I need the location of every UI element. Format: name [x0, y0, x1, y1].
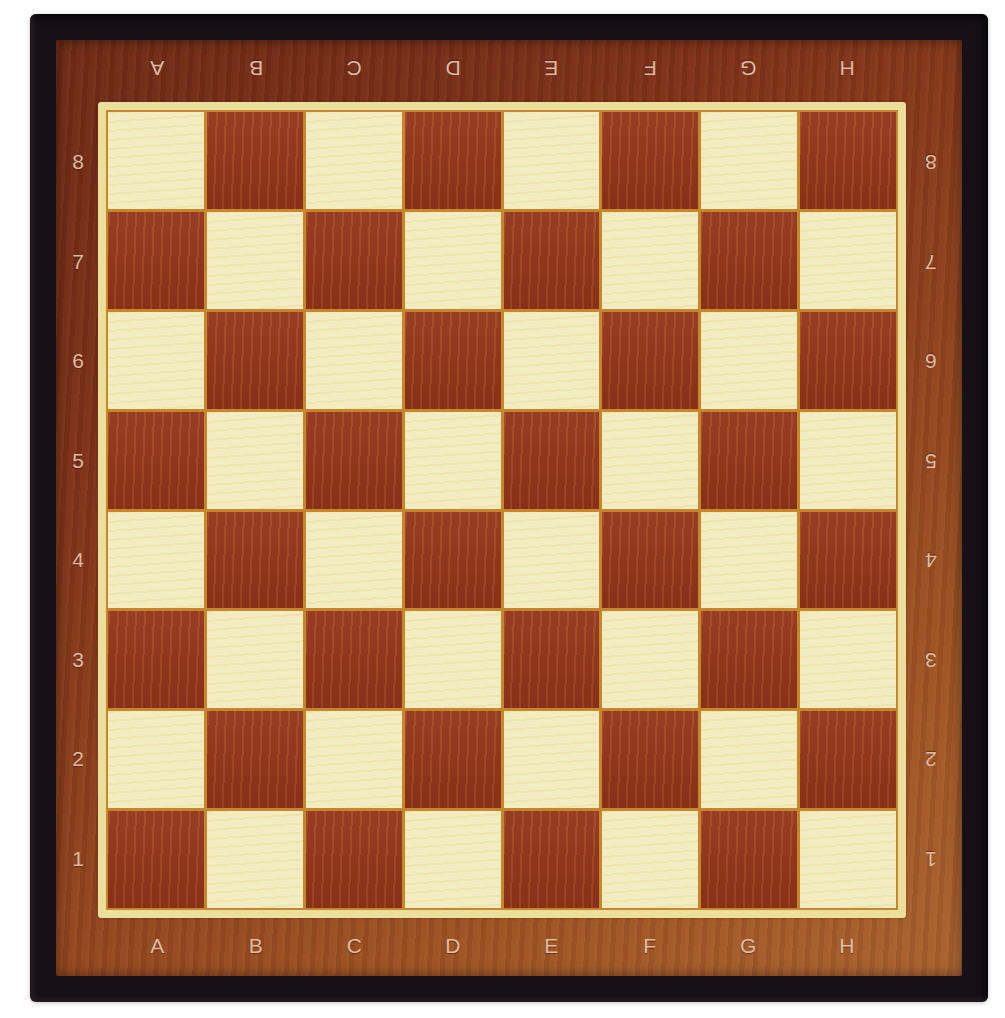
square-e2[interactable] — [504, 711, 600, 808]
photo-background: { "game": "chess", "position": "8/8/8/8/… — [0, 0, 1005, 1018]
square-f2[interactable] — [602, 711, 698, 808]
square-h8[interactable] — [800, 112, 896, 209]
file-bottom-label-c: C — [305, 928, 404, 962]
square-c5[interactable] — [306, 412, 402, 509]
square-g8[interactable] — [701, 112, 797, 209]
square-g1[interactable] — [701, 811, 797, 908]
square-a8[interactable] — [108, 112, 204, 209]
square-g4[interactable] — [701, 512, 797, 609]
square-e5[interactable] — [504, 412, 600, 509]
file-top-label-c: C — [305, 52, 404, 86]
file-bottom-label-f: F — [601, 928, 700, 962]
square-b4[interactable] — [207, 512, 303, 609]
square-f1[interactable] — [602, 811, 698, 908]
square-h4[interactable] — [800, 512, 896, 609]
square-h2[interactable] — [800, 711, 896, 808]
square-a1[interactable] — [108, 811, 204, 908]
square-g5[interactable] — [701, 412, 797, 509]
rank-left-label-8: 8 — [58, 112, 98, 212]
square-c6[interactable] — [306, 312, 402, 409]
square-h7[interactable] — [800, 212, 896, 309]
square-e7[interactable] — [504, 212, 600, 309]
file-top-label-h: H — [798, 52, 897, 86]
square-a7[interactable] — [108, 212, 204, 309]
square-d7[interactable] — [405, 212, 501, 309]
square-e1[interactable] — [504, 811, 600, 908]
rank-left-label-2: 2 — [58, 709, 98, 809]
square-d3[interactable] — [405, 611, 501, 708]
rank-left-label-1: 1 — [58, 809, 98, 909]
square-c1[interactable] — [306, 811, 402, 908]
file-labels-bottom: ABCDEFGH — [108, 928, 896, 962]
file-bottom-label-e: E — [502, 928, 601, 962]
square-h1[interactable] — [800, 811, 896, 908]
square-f7[interactable] — [602, 212, 698, 309]
square-h3[interactable] — [800, 611, 896, 708]
file-bottom-label-d: D — [404, 928, 503, 962]
chess-board-grid — [108, 112, 896, 908]
wood-border: ABCDEFGH ABCDEFGH 87654321 87654321 — [56, 40, 962, 976]
rank-left-label-7: 7 — [58, 212, 98, 312]
square-b1[interactable] — [207, 811, 303, 908]
square-d4[interactable] — [405, 512, 501, 609]
square-d5[interactable] — [405, 412, 501, 509]
rank-right-label-2: 2 — [912, 709, 950, 809]
rank-left-label-3: 3 — [58, 610, 98, 710]
square-g2[interactable] — [701, 711, 797, 808]
file-top-label-g: G — [699, 52, 798, 86]
square-b6[interactable] — [207, 312, 303, 409]
rank-right-label-3: 3 — [912, 610, 950, 710]
square-b7[interactable] — [207, 212, 303, 309]
playing-field — [98, 102, 906, 918]
rank-labels-right: 87654321 — [912, 112, 950, 908]
square-e6[interactable] — [504, 312, 600, 409]
file-top-label-a: A — [108, 52, 207, 86]
square-c3[interactable] — [306, 611, 402, 708]
square-d2[interactable] — [405, 711, 501, 808]
square-e8[interactable] — [504, 112, 600, 209]
square-g6[interactable] — [701, 312, 797, 409]
square-c2[interactable] — [306, 711, 402, 808]
square-g7[interactable] — [701, 212, 797, 309]
square-b3[interactable] — [207, 611, 303, 708]
file-bottom-label-h: H — [798, 928, 897, 962]
rank-right-label-7: 7 — [912, 212, 950, 312]
square-c4[interactable] — [306, 512, 402, 609]
rank-left-label-5: 5 — [58, 411, 98, 511]
file-top-label-b: B — [207, 52, 306, 86]
rank-left-label-4: 4 — [58, 510, 98, 610]
square-d6[interactable] — [405, 312, 501, 409]
square-a6[interactable] — [108, 312, 204, 409]
square-e3[interactable] — [504, 611, 600, 708]
file-labels-top: ABCDEFGH — [108, 52, 896, 86]
square-d1[interactable] — [405, 811, 501, 908]
square-f8[interactable] — [602, 112, 698, 209]
square-f3[interactable] — [602, 611, 698, 708]
rank-labels-left: 87654321 — [58, 112, 98, 908]
rank-right-label-5: 5 — [912, 411, 950, 511]
file-bottom-label-a: A — [108, 928, 207, 962]
rank-right-label-1: 1 — [912, 809, 950, 909]
square-c8[interactable] — [306, 112, 402, 209]
square-e4[interactable] — [504, 512, 600, 609]
rank-left-label-6: 6 — [58, 311, 98, 411]
file-top-label-d: D — [404, 52, 503, 86]
square-f5[interactable] — [602, 412, 698, 509]
rank-right-label-6: 6 — [912, 311, 950, 411]
board-frame: ABCDEFGH ABCDEFGH 87654321 87654321 — [30, 14, 988, 1002]
square-a4[interactable] — [108, 512, 204, 609]
square-g3[interactable] — [701, 611, 797, 708]
rank-right-label-4: 4 — [912, 510, 950, 610]
square-c7[interactable] — [306, 212, 402, 309]
square-b8[interactable] — [207, 112, 303, 209]
rank-right-label-8: 8 — [912, 112, 950, 212]
square-h6[interactable] — [800, 312, 896, 409]
file-top-label-f: F — [601, 52, 700, 86]
file-bottom-label-b: B — [207, 928, 306, 962]
file-top-label-e: E — [502, 52, 601, 86]
square-a5[interactable] — [108, 412, 204, 509]
file-bottom-label-g: G — [699, 928, 798, 962]
square-b5[interactable] — [207, 412, 303, 509]
square-h5[interactable] — [800, 412, 896, 509]
square-f4[interactable] — [602, 512, 698, 609]
square-a3[interactable] — [108, 611, 204, 708]
square-a2[interactable] — [108, 711, 204, 808]
square-d8[interactable] — [405, 112, 501, 209]
square-b2[interactable] — [207, 711, 303, 808]
square-f6[interactable] — [602, 312, 698, 409]
